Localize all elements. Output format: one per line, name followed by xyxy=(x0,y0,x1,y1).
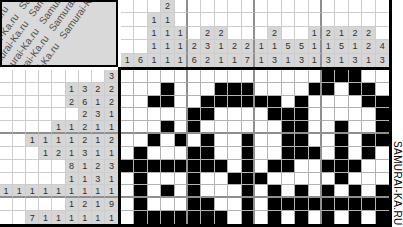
grid-cell-r1c3[interactable] xyxy=(148,70,161,83)
row-clue-r5-c3 xyxy=(26,121,39,134)
grid-cell-r3c18[interactable] xyxy=(349,96,362,109)
grid-cell-r2c7[interactable] xyxy=(201,83,214,96)
row-clue-r10-c9: 1 xyxy=(105,185,118,198)
grid-cell-r8c15[interactable] xyxy=(309,160,322,173)
grid-cell-r7c16[interactable] xyxy=(322,147,335,160)
grid-cell-r10c6[interactable] xyxy=(188,185,201,198)
grid-cell-r8c1[interactable] xyxy=(121,160,134,173)
grid-cell-r11c9[interactable] xyxy=(228,198,241,211)
grid-cell-r3c13[interactable] xyxy=(282,96,295,109)
grid-cell-r11c4[interactable] xyxy=(161,198,174,211)
grid-cell-r2c16[interactable] xyxy=(322,83,335,96)
grid-cell-r1c6[interactable] xyxy=(188,70,201,83)
grid-cell-r6c4[interactable] xyxy=(161,134,174,147)
grid-cell-r1c9[interactable] xyxy=(228,70,241,83)
col-clue-c11-r4: 1 xyxy=(255,40,268,53)
grid-cell-r5c3[interactable] xyxy=(148,121,161,134)
grid-cell-r3c4[interactable] xyxy=(161,96,174,109)
grid-cell-r12c7[interactable] xyxy=(201,211,214,224)
row-clue-r11-c3 xyxy=(26,198,39,211)
grid-cell-r12c10[interactable] xyxy=(242,211,255,224)
grid-cell-r9c4[interactable] xyxy=(161,173,174,186)
grid-cell-r6c17[interactable] xyxy=(335,134,348,147)
grid-cell-r10c5[interactable] xyxy=(175,185,188,198)
grid-cell-r12c4[interactable] xyxy=(161,211,174,224)
row-clue-r9-c3 xyxy=(26,173,39,186)
grid-cell-r3c11[interactable] xyxy=(255,96,268,109)
grid-cell-r12c20[interactable] xyxy=(376,211,389,224)
grid-cell-r11c14[interactable] xyxy=(295,198,308,211)
grid-cell-r1c18[interactable] xyxy=(349,70,362,83)
grid-cell-r3c12[interactable] xyxy=(268,96,281,109)
grid-cell-r4c19[interactable] xyxy=(362,108,375,121)
grid-cell-r4c18[interactable] xyxy=(349,108,362,121)
col-clue-c15-r4: 1 xyxy=(309,40,322,53)
grid-cell-r9c2[interactable] xyxy=(134,173,147,186)
grid-cell-r12c15[interactable] xyxy=(309,211,322,224)
grid-cell-r9c1[interactable] xyxy=(121,173,134,186)
grid-cell-r7c19[interactable] xyxy=(362,147,375,160)
grid-cell-r1c4[interactable] xyxy=(161,70,174,83)
grid-cell-r5c12[interactable] xyxy=(268,121,281,134)
grid-cell-r11c11[interactable] xyxy=(255,198,268,211)
grid-cell-r8c4[interactable] xyxy=(161,160,174,173)
grid-cell-r12c17[interactable] xyxy=(335,211,348,224)
grid-cell-r2c5[interactable] xyxy=(175,83,188,96)
grid-cell-r10c1[interactable] xyxy=(121,185,134,198)
grid-cell-r5c7[interactable] xyxy=(201,121,214,134)
grid-cell-r10c20[interactable] xyxy=(376,185,389,198)
grid-cell-r8c5[interactable] xyxy=(175,160,188,173)
col-clue-c9-r3 xyxy=(228,27,241,40)
grid-cell-r3c8[interactable] xyxy=(215,96,228,109)
grid-cell-r6c9[interactable] xyxy=(228,134,241,147)
grid-cell-r5c16[interactable] xyxy=(322,121,335,134)
grid-cell-r8c16[interactable] xyxy=(322,160,335,173)
grid-cell-r4c2[interactable] xyxy=(134,108,147,121)
grid-cell-r5c8[interactable] xyxy=(215,121,228,134)
grid-cell-r2c11[interactable] xyxy=(255,83,268,96)
grid-cell-r9c12[interactable] xyxy=(268,173,281,186)
grid-cell-r3c14[interactable] xyxy=(295,96,308,109)
grid-cell-r2c18[interactable] xyxy=(349,83,362,96)
grid-cell-r10c10[interactable] xyxy=(242,185,255,198)
grid-cell-r12c16[interactable] xyxy=(322,211,335,224)
col-clue-c7-r1 xyxy=(201,0,214,13)
row-clue-r1-c5 xyxy=(52,70,65,83)
grid-cell-r2c1[interactable] xyxy=(121,83,134,96)
grid-cell-r5c15[interactable] xyxy=(309,121,322,134)
grid-cell-r5c11[interactable] xyxy=(255,121,268,134)
row-clue-r11-c1 xyxy=(0,198,13,211)
grid-cell-r7c6[interactable] xyxy=(188,147,201,160)
grid-cell-r10c8[interactable] xyxy=(215,185,228,198)
grid-cell-r12c14[interactable] xyxy=(295,211,308,224)
grid-cell-r6c15[interactable] xyxy=(309,134,322,147)
grid-cell-r10c7[interactable] xyxy=(201,185,214,198)
col-clue-c3-r2: 1 xyxy=(148,13,161,26)
grid-cell-r9c10[interactable] xyxy=(242,173,255,186)
grid-cell-r10c19[interactable] xyxy=(362,185,375,198)
grid-cell-r1c15[interactable] xyxy=(309,70,322,83)
grid-cell-r7c9[interactable] xyxy=(228,147,241,160)
grid-cell-r6c11[interactable] xyxy=(255,134,268,147)
row-clue-r2-c8: 2 xyxy=(92,83,105,96)
grid-cell-r9c20[interactable] xyxy=(376,173,389,186)
grid-cell-r11c12[interactable] xyxy=(268,198,281,211)
grid-cell-r4c4[interactable] xyxy=(161,108,174,121)
row-clue-r2-c9: 2 xyxy=(105,83,118,96)
row-clue-r9-c4 xyxy=(39,173,52,186)
grid-cell-r1c8[interactable] xyxy=(215,70,228,83)
grid-cell-r1c16[interactable] xyxy=(322,70,335,83)
grid-cell-r12c6[interactable] xyxy=(188,211,201,224)
row-clue-r5-c4 xyxy=(39,121,52,134)
grid-cell-r4c7[interactable] xyxy=(201,108,214,121)
row-clue-r4-c3 xyxy=(26,108,39,121)
grid-cell-r10c4[interactable] xyxy=(161,185,174,198)
grid-cell-r6c6[interactable] xyxy=(188,134,201,147)
grid-cell-r6c12[interactable] xyxy=(268,134,281,147)
grid-cell-r8c9[interactable] xyxy=(228,160,241,173)
grid-cell-r7c18[interactable] xyxy=(349,147,362,160)
grid-cell-r4c14[interactable] xyxy=(295,108,308,121)
grid-cell-r2c6[interactable] xyxy=(188,83,201,96)
grid-cell-r9c11[interactable] xyxy=(255,173,268,186)
grid-cell-r4c20[interactable] xyxy=(376,108,389,121)
grid-cell-r2c9[interactable] xyxy=(228,83,241,96)
grid-cell-r12c11[interactable] xyxy=(255,211,268,224)
grid-cell-r3c17[interactable] xyxy=(335,96,348,109)
grid-cell-r8c3[interactable] xyxy=(148,160,161,173)
col-clue-c19-r2 xyxy=(362,13,375,26)
grid-cell-r4c13[interactable] xyxy=(282,108,295,121)
grid-cell-r8c19[interactable] xyxy=(362,160,375,173)
row-clue-r10-c4: 1 xyxy=(39,185,52,198)
grid-cell-r8c13[interactable] xyxy=(282,160,295,173)
grid-cell-r8c14[interactable] xyxy=(295,160,308,173)
grid-cell-r2c20[interactable] xyxy=(376,83,389,96)
grid-cell-r1c20[interactable] xyxy=(376,70,389,83)
grid-cell-r3c19[interactable] xyxy=(362,96,375,109)
grid-cell-r9c9[interactable] xyxy=(228,173,241,186)
row-clue-r11-c5 xyxy=(52,198,65,211)
grid-cell-r8c20[interactable] xyxy=(376,160,389,173)
row-clue-r1-c6 xyxy=(66,70,79,83)
row-clue-r1-c4 xyxy=(39,70,52,83)
col-clue-c9-r1 xyxy=(228,0,241,13)
col-clue-c15-r2 xyxy=(309,13,322,26)
row-clue-r4-c9: 1 xyxy=(105,108,118,121)
grid-cell-r12c12[interactable] xyxy=(268,211,281,224)
grid-cell-r11c1[interactable] xyxy=(121,198,134,211)
grid-cell-r7c3[interactable] xyxy=(148,147,161,160)
grid-cell-r6c5[interactable] xyxy=(175,134,188,147)
grid-cell-r7c10[interactable] xyxy=(242,147,255,160)
col-clue-c6-r3 xyxy=(188,27,201,40)
grid-cell-r2c19[interactable] xyxy=(362,83,375,96)
grid-cell-r2c10[interactable] xyxy=(242,83,255,96)
grid-cell-r6c7[interactable] xyxy=(201,134,214,147)
row-clue-r12-c8: 1 xyxy=(92,211,105,224)
grid-cell-r6c8[interactable] xyxy=(215,134,228,147)
grid-cell-r12c13[interactable] xyxy=(282,211,295,224)
grid-cell-r4c17[interactable] xyxy=(335,108,348,121)
grid-cell-r9c19[interactable] xyxy=(362,173,375,186)
grid-cell-r10c9[interactable] xyxy=(228,185,241,198)
grid-cell-r2c2[interactable] xyxy=(134,83,147,96)
grid-cell-r12c3[interactable] xyxy=(148,211,161,224)
grid-cell-r5c18[interactable] xyxy=(349,121,362,134)
grid-cell-r6c2[interactable] xyxy=(134,134,147,147)
grid-cell-r4c1[interactable] xyxy=(121,108,134,121)
grid-cell-r6c14[interactable] xyxy=(295,134,308,147)
grid-cell-r4c16[interactable] xyxy=(322,108,335,121)
grid-cell-r7c7[interactable] xyxy=(201,147,214,160)
col-clue-c17-r5: 1 xyxy=(335,54,348,67)
grid-cell-r10c13[interactable] xyxy=(282,185,295,198)
grid-cell-r5c6[interactable] xyxy=(188,121,201,134)
grid-cell-r3c5[interactable] xyxy=(175,96,188,109)
grid-cell-r11c19[interactable] xyxy=(362,198,375,211)
row-clue-r3-c6: 2 xyxy=(66,96,79,109)
grid-cell-r3c9[interactable] xyxy=(228,96,241,109)
row-clue-r7-c7: 3 xyxy=(79,147,92,160)
col-clue-c10-r2 xyxy=(242,13,255,26)
col-clue-c13-r4: 5 xyxy=(282,40,295,53)
grid-cell-r3c15[interactable] xyxy=(309,96,322,109)
grid-cell-r8c8[interactable] xyxy=(215,160,228,173)
grid-cell-r8c10[interactable] xyxy=(242,160,255,173)
grid-cell-r9c6[interactable] xyxy=(188,173,201,186)
grid-cell-r4c3[interactable] xyxy=(148,108,161,121)
grid-cell-r2c15[interactable] xyxy=(309,83,322,96)
grid-cell-r11c17[interactable] xyxy=(335,198,348,211)
grid-cell-r5c14[interactable] xyxy=(295,121,308,134)
grid-cell-r7c12[interactable] xyxy=(268,147,281,160)
row-clue-r2-c3 xyxy=(26,83,39,96)
grid-cell-r7c20[interactable] xyxy=(376,147,389,160)
grid-cell-r10c14[interactable] xyxy=(295,185,308,198)
grid-cell-r1c5[interactable] xyxy=(175,70,188,83)
grid-cell-r2c8[interactable] xyxy=(215,83,228,96)
grid-cell-r7c4[interactable] xyxy=(161,147,174,160)
grid-cell-r6c16[interactable] xyxy=(322,134,335,147)
grid-cell-r4c12[interactable] xyxy=(268,108,281,121)
grid-cell-r5c2[interactable] xyxy=(134,121,147,134)
grid-cell-r11c3[interactable] xyxy=(148,198,161,211)
grid-cell-r1c14[interactable] xyxy=(295,70,308,83)
grid-cell-r12c18[interactable] xyxy=(349,211,362,224)
grid-cell-r10c15[interactable] xyxy=(309,185,322,198)
grid-cell-r5c19[interactable] xyxy=(362,121,375,134)
grid-cell-r11c13[interactable] xyxy=(282,198,295,211)
grid-cell-r12c9[interactable] xyxy=(228,211,241,224)
col-clue-c18-r2 xyxy=(349,13,362,26)
grid-cell-r5c10[interactable] xyxy=(242,121,255,134)
grid-cell-r11c2[interactable] xyxy=(134,198,147,211)
grid-cell-r8c11[interactable] xyxy=(255,160,268,173)
col-clue-c11-r5: 1 xyxy=(255,54,268,67)
grid-cell-r6c13[interactable] xyxy=(282,134,295,147)
row-clue-r2-c1 xyxy=(0,83,13,96)
row-clue-r4-c5 xyxy=(52,108,65,121)
row-clue-r7-c4: 1 xyxy=(39,147,52,160)
grid-cell-r3c20[interactable] xyxy=(376,96,389,109)
grid-cell-r1c19[interactable] xyxy=(362,70,375,83)
grid-cell-r10c2[interactable] xyxy=(134,185,147,198)
col-clue-c4-r5: 1 xyxy=(161,54,174,67)
col-clue-c10-r3 xyxy=(242,27,255,40)
grid-cell-r2c13[interactable] xyxy=(282,83,295,96)
grid-cell-r1c17[interactable] xyxy=(335,70,348,83)
row-clue-r5-c5: 1 xyxy=(52,121,65,134)
grid-cell-r9c8[interactable] xyxy=(215,173,228,186)
col-clue-c1-r1 xyxy=(121,0,134,13)
grid-cell-r12c19[interactable] xyxy=(362,211,375,224)
grid-cell-r7c2[interactable] xyxy=(134,147,147,160)
grid-cell-r8c6[interactable] xyxy=(188,160,201,173)
grid-cell-r2c3[interactable] xyxy=(148,83,161,96)
grid-cell-r3c3[interactable] xyxy=(148,96,161,109)
grid-cell-r3c16[interactable] xyxy=(322,96,335,109)
grid-cell-r4c5[interactable] xyxy=(175,108,188,121)
grid-cell-r1c12[interactable] xyxy=(268,70,281,83)
grid-cell-r1c11[interactable] xyxy=(255,70,268,83)
grid-cell-r11c6[interactable] xyxy=(188,198,201,211)
grid-cell-r4c8[interactable] xyxy=(215,108,228,121)
grid-cell-r9c7[interactable] xyxy=(201,173,214,186)
row-clue-r8-c6: 8 xyxy=(66,160,79,173)
col-clue-c11-r2 xyxy=(255,13,268,26)
grid-cell-r11c16[interactable] xyxy=(322,198,335,211)
grid-cell-r7c11[interactable] xyxy=(255,147,268,160)
grid-cell-r11c18[interactable] xyxy=(349,198,362,211)
grid-cell-r12c8[interactable] xyxy=(215,211,228,224)
grid-cell-r1c7[interactable] xyxy=(201,70,214,83)
grid-cell-r1c10[interactable] xyxy=(242,70,255,83)
grid-cell-r7c8[interactable] xyxy=(215,147,228,160)
grid-cell-r6c3[interactable] xyxy=(148,134,161,147)
grid-cell-r5c5[interactable] xyxy=(175,121,188,134)
grid-cell-r8c17[interactable] xyxy=(335,160,348,173)
grid-cell-r9c5[interactable] xyxy=(175,173,188,186)
grid-cell-r10c11[interactable] xyxy=(255,185,268,198)
grid-cell-r9c13[interactable] xyxy=(282,173,295,186)
grid-cell-r2c14[interactable] xyxy=(295,83,308,96)
grid-cell-r10c17[interactable] xyxy=(335,185,348,198)
grid-cell-r6c18[interactable] xyxy=(349,134,362,147)
grid-cell-r11c7[interactable] xyxy=(201,198,214,211)
row-clue-r7-c3 xyxy=(26,147,39,160)
grid-cell-r12c1[interactable] xyxy=(121,211,134,224)
grid-cell-r9c14[interactable] xyxy=(295,173,308,186)
grid-cell-r3c1[interactable] xyxy=(121,96,134,109)
row-clue-r8-c5 xyxy=(52,160,65,173)
grid-cell-r11c15[interactable] xyxy=(309,198,322,211)
grid-cell-r10c3[interactable] xyxy=(148,185,161,198)
grid-cell-r7c13[interactable] xyxy=(282,147,295,160)
grid-cell-r9c15[interactable] xyxy=(309,173,322,186)
grid-cell-r2c12[interactable] xyxy=(268,83,281,96)
grid-cell-r1c2[interactable] xyxy=(134,70,147,83)
col-clue-c13-r1 xyxy=(282,0,295,13)
grid-cell-r3c7[interactable] xyxy=(201,96,214,109)
col-clue-c3-r5: 1 xyxy=(148,54,161,67)
grid-cell-r11c5[interactable] xyxy=(175,198,188,211)
grid-cell-r6c19[interactable] xyxy=(362,134,375,147)
grid-cell-r5c9[interactable] xyxy=(228,121,241,134)
grid-cell-r12c2[interactable] xyxy=(134,211,147,224)
grid-cell-r7c17[interactable] xyxy=(335,147,348,160)
row-clue-r5-c2 xyxy=(13,121,26,134)
grid-cell-r6c10[interactable] xyxy=(242,134,255,147)
grid-cell-r8c7[interactable] xyxy=(201,160,214,173)
grid-cell-r11c8[interactable] xyxy=(215,198,228,211)
grid-cell-r1c13[interactable] xyxy=(282,70,295,83)
grid-cell-r7c15[interactable] xyxy=(309,147,322,160)
row-clue-r8-c4 xyxy=(39,160,52,173)
nonogram-puzzle: Samurai-Ka.ru Samurai-Ka.ru Samurai-Ka.r… xyxy=(0,0,403,227)
grid-cell-r9c18[interactable] xyxy=(349,173,362,186)
grid-cell-r10c12[interactable] xyxy=(268,185,281,198)
col-clue-c1-r3 xyxy=(121,27,134,40)
grid-cell-r9c17[interactable] xyxy=(335,173,348,186)
row-clue-r10-c2: 1 xyxy=(13,185,26,198)
grid-cell-r7c5[interactable] xyxy=(175,147,188,160)
row-clue-r10-c5: 1 xyxy=(52,185,65,198)
col-clue-c3-r1 xyxy=(148,0,161,13)
grid-cell-r3c2[interactable] xyxy=(134,96,147,109)
grid-cell-r12c5[interactable] xyxy=(175,211,188,224)
grid-cell-r8c18[interactable] xyxy=(349,160,362,173)
grid-cell-r8c2[interactable] xyxy=(134,160,147,173)
grid-cell-r1c1[interactable] xyxy=(121,70,134,83)
grid-cell-r10c16[interactable] xyxy=(322,185,335,198)
grid-cell-r5c1[interactable] xyxy=(121,121,134,134)
grid-cell-r4c6[interactable] xyxy=(188,108,201,121)
grid-cell-r3c6[interactable] xyxy=(188,96,201,109)
grid-cell-r5c20[interactable] xyxy=(376,121,389,134)
row-clue-r11-c4 xyxy=(39,198,52,211)
grid-cell-r7c14[interactable] xyxy=(295,147,308,160)
row-clue-r3-c7: 6 xyxy=(79,96,92,109)
grid-cell-r10c18[interactable] xyxy=(349,185,362,198)
grid-cell-r5c13[interactable] xyxy=(282,121,295,134)
row-clue-r1-c3 xyxy=(26,70,39,83)
grid-cell-r4c11[interactable] xyxy=(255,108,268,121)
grid-cell-r7c1[interactable] xyxy=(121,147,134,160)
grid-cell-r11c10[interactable] xyxy=(242,198,255,211)
grid-cell-r8c12[interactable] xyxy=(268,160,281,173)
grid-cell-r4c10[interactable] xyxy=(242,108,255,121)
grid-cell-r5c4[interactable] xyxy=(161,121,174,134)
grid-cell-r3c10[interactable] xyxy=(242,96,255,109)
grid-cell-r9c16[interactable] xyxy=(322,173,335,186)
row-clue-r5-c8: 1 xyxy=(92,121,105,134)
grid-cell-r4c9[interactable] xyxy=(228,108,241,121)
grid-cell-r2c4[interactable] xyxy=(161,83,174,96)
grid-cell-r4c15[interactable] xyxy=(309,108,322,121)
bottom-band: 3132226122311121111112121213118123113111… xyxy=(0,67,392,227)
grid-cell-r5c17[interactable] xyxy=(335,121,348,134)
grid-cell-r2c17[interactable] xyxy=(335,83,348,96)
grid-cell-r6c1[interactable] xyxy=(121,134,134,147)
grid-cell-r11c20[interactable] xyxy=(376,198,389,211)
row-clue-r7-c8: 1 xyxy=(92,147,105,160)
grid-cell-r9c3[interactable] xyxy=(148,173,161,186)
grid-cell-r6c20[interactable] xyxy=(376,134,389,147)
